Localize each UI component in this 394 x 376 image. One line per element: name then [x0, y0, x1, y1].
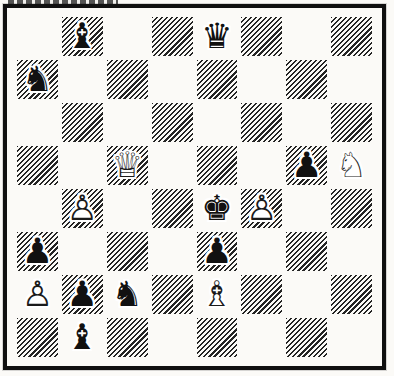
- square-a3: ♟♟: [15, 230, 60, 273]
- square-d4: [150, 187, 195, 230]
- square-a4: [15, 187, 60, 230]
- white-pawn-icon: ♙: [246, 188, 277, 228]
- square-f3: [239, 230, 284, 273]
- square-g2: [284, 273, 329, 316]
- square-g4: [284, 187, 329, 230]
- square-b3: [60, 230, 105, 273]
- scanned-chess-diagram: ♝♝♛♛♞♞♛♕♟♟♞♘♟♙♚♚♟♙♟♟♟♟♟♙♟♟♞♞♝♗♝♝: [0, 0, 394, 376]
- square-e5: [195, 144, 240, 187]
- square-h1: [329, 316, 374, 359]
- square-c4: [105, 187, 150, 230]
- square-c2: ♞♞: [105, 273, 150, 316]
- square-f1: [239, 316, 284, 359]
- piece-white-bishop-e2: ♝♗: [201, 277, 232, 312]
- piece-white-knight-h5: ♞♘: [336, 148, 367, 183]
- black-queen-icon: ♛: [201, 16, 232, 56]
- piece-white-pawn-f4: ♟♙: [246, 191, 277, 226]
- square-c7: [105, 58, 150, 101]
- square-h7: [329, 58, 374, 101]
- square-a7: ♞♞: [15, 58, 60, 101]
- square-h4: [329, 187, 374, 230]
- square-e8: ♛♛: [195, 15, 240, 58]
- square-c8: [105, 15, 150, 58]
- square-e6: [195, 101, 240, 144]
- square-b2: ♟♟: [60, 273, 105, 316]
- square-g7: [284, 58, 329, 101]
- square-h5: ♞♘: [329, 144, 374, 187]
- square-f7: [239, 58, 284, 101]
- piece-black-pawn-b2: ♟♟: [67, 277, 98, 312]
- board-frame: ♝♝♛♛♞♞♛♕♟♟♞♘♟♙♚♚♟♙♟♟♟♟♟♙♟♟♞♞♝♗♝♝: [3, 4, 386, 370]
- square-e1: [195, 316, 240, 359]
- piece-black-pawn-e3: ♟♟: [201, 234, 232, 269]
- square-h2: [329, 273, 374, 316]
- black-pawn-icon: ♟: [22, 231, 53, 271]
- black-bishop-icon: ♝: [67, 317, 98, 357]
- white-knight-icon: ♘: [336, 145, 367, 185]
- white-pawn-icon: ♙: [67, 188, 98, 228]
- piece-black-bishop-b1: ♝♝: [67, 320, 98, 355]
- black-king-icon: ♚: [201, 188, 232, 228]
- square-a8: [15, 15, 60, 58]
- black-knight-icon: ♞: [111, 274, 142, 314]
- piece-black-queen-e8: ♛♛: [201, 19, 232, 54]
- black-pawn-icon: ♟: [291, 145, 322, 185]
- piece-white-queen-c5: ♛♕: [111, 148, 142, 183]
- square-a6: [15, 101, 60, 144]
- square-c6: [105, 101, 150, 144]
- square-f2: [239, 273, 284, 316]
- square-h3: [329, 230, 374, 273]
- square-a5: [15, 144, 60, 187]
- black-pawn-icon: ♟: [201, 231, 232, 271]
- piece-black-knight-a7: ♞♞: [22, 62, 53, 97]
- white-pawn-icon: ♙: [22, 274, 53, 314]
- square-f4: ♟♙: [239, 187, 284, 230]
- square-a2: ♟♙: [15, 273, 60, 316]
- square-e4: ♚♚: [195, 187, 240, 230]
- square-e7: [195, 58, 240, 101]
- square-d7: [150, 58, 195, 101]
- white-queen-icon: ♕: [111, 145, 142, 185]
- square-f6: [239, 101, 284, 144]
- square-b6: [60, 101, 105, 144]
- square-c1: [105, 316, 150, 359]
- square-b4: ♟♙: [60, 187, 105, 230]
- black-bishop-icon: ♝: [67, 16, 98, 56]
- piece-white-pawn-b4: ♟♙: [67, 191, 98, 226]
- piece-white-pawn-a2: ♟♙: [22, 277, 53, 312]
- black-pawn-icon: ♟: [67, 274, 98, 314]
- piece-black-bishop-b8: ♝♝: [67, 19, 98, 54]
- square-g8: [284, 15, 329, 58]
- piece-black-king-e4: ♚♚: [201, 191, 232, 226]
- square-b1: ♝♝: [60, 316, 105, 359]
- piece-black-pawn-a3: ♟♟: [22, 234, 53, 269]
- square-d3: [150, 230, 195, 273]
- square-b5: [60, 144, 105, 187]
- square-g3: [284, 230, 329, 273]
- square-g1: [284, 316, 329, 359]
- square-f5: [239, 144, 284, 187]
- square-d8: [150, 15, 195, 58]
- square-a1: [15, 316, 60, 359]
- square-d2: [150, 273, 195, 316]
- square-d1: [150, 316, 195, 359]
- square-h8: [329, 15, 374, 58]
- square-c3: [105, 230, 150, 273]
- square-b7: [60, 58, 105, 101]
- piece-black-pawn-g5: ♟♟: [291, 148, 322, 183]
- square-c5: ♛♕: [105, 144, 150, 187]
- piece-black-knight-c2: ♞♞: [111, 277, 142, 312]
- square-h6: [329, 101, 374, 144]
- black-knight-icon: ♞: [22, 59, 53, 99]
- white-bishop-icon: ♗: [201, 274, 232, 314]
- square-f8: [239, 15, 284, 58]
- square-g5: ♟♟: [284, 144, 329, 187]
- square-d5: [150, 144, 195, 187]
- square-e3: ♟♟: [195, 230, 240, 273]
- square-b8: ♝♝: [60, 15, 105, 58]
- chess-board: ♝♝♛♛♞♞♛♕♟♟♞♘♟♙♚♚♟♙♟♟♟♟♟♙♟♟♞♞♝♗♝♝: [15, 15, 374, 359]
- square-g6: [284, 101, 329, 144]
- square-d6: [150, 101, 195, 144]
- square-e2: ♝♗: [195, 273, 240, 316]
